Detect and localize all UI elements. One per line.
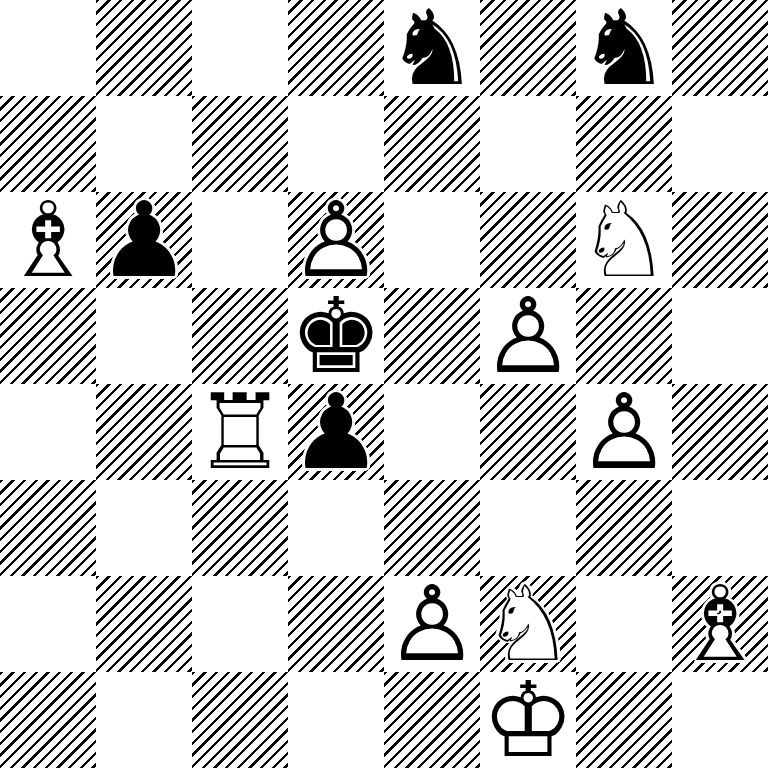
square-f2[interactable]: ♞♘ [480,576,576,672]
chess-board: ♞♞♞♞♝♗♟♟♟♙♞♘♚♚♟♙♜♖♟♟♟♙♟♙♞♘♝♗♚♔ [0,0,768,768]
white-bishop-glyph: ♗ [1,192,94,288]
black-pawn-glyph: ♟ [97,192,190,288]
square-h8[interactable] [672,0,768,96]
square-b8[interactable] [96,0,192,96]
square-b7[interactable] [96,96,192,192]
white-bishop-glyph: ♗ [673,576,766,672]
square-h4[interactable] [672,384,768,480]
white-pawn-icon: ♟♙ [480,288,576,384]
square-a5[interactable] [0,288,96,384]
white-pawn-glyph: ♙ [385,576,478,672]
square-c4[interactable]: ♜♖ [192,384,288,480]
square-h7[interactable] [672,96,768,192]
square-e4[interactable] [384,384,480,480]
square-c7[interactable] [192,96,288,192]
square-d8[interactable] [288,0,384,96]
square-d4[interactable]: ♟♟ [288,384,384,480]
square-b3[interactable] [96,480,192,576]
square-h1[interactable] [672,672,768,768]
square-a6[interactable]: ♝♗ [0,192,96,288]
black-pawn-icon: ♟♟ [288,384,384,480]
square-f3[interactable] [480,480,576,576]
square-f8[interactable] [480,0,576,96]
black-king-icon: ♚♚ [288,288,384,384]
square-c8[interactable] [192,0,288,96]
square-g3[interactable] [576,480,672,576]
square-g2[interactable] [576,576,672,672]
white-knight-glyph: ♘ [481,576,574,672]
square-c2[interactable] [192,576,288,672]
square-a1[interactable] [0,672,96,768]
white-bishop-icon: ♝♗ [0,192,96,288]
square-g1[interactable] [576,672,672,768]
white-king-glyph: ♔ [481,672,574,768]
square-c6[interactable] [192,192,288,288]
black-pawn-icon: ♟♟ [96,192,192,288]
white-rook-icon: ♜♖ [192,384,288,480]
white-rook-glyph: ♖ [193,384,286,480]
square-d5[interactable]: ♚♚ [288,288,384,384]
black-knight-glyph: ♞ [577,0,670,96]
square-e1[interactable] [384,672,480,768]
square-e5[interactable] [384,288,480,384]
square-c1[interactable] [192,672,288,768]
square-e8[interactable]: ♞♞ [384,0,480,96]
square-h5[interactable] [672,288,768,384]
square-h2[interactable]: ♝♗ [672,576,768,672]
white-pawn-icon: ♟♙ [576,384,672,480]
square-a8[interactable] [0,0,96,96]
square-d7[interactable] [288,96,384,192]
square-a2[interactable] [0,576,96,672]
black-knight-glyph: ♞ [385,0,478,96]
square-b2[interactable] [96,576,192,672]
square-e6[interactable] [384,192,480,288]
square-a4[interactable] [0,384,96,480]
black-king-glyph: ♚ [289,288,382,384]
white-pawn-glyph: ♙ [289,192,382,288]
square-c3[interactable] [192,480,288,576]
white-knight-icon: ♞♘ [480,576,576,672]
square-g5[interactable] [576,288,672,384]
square-e7[interactable] [384,96,480,192]
square-b6[interactable]: ♟♟ [96,192,192,288]
white-bishop-icon: ♝♗ [672,576,768,672]
square-a7[interactable] [0,96,96,192]
square-f4[interactable] [480,384,576,480]
square-h3[interactable] [672,480,768,576]
white-pawn-glyph: ♙ [481,288,574,384]
white-knight-icon: ♞♘ [576,192,672,288]
square-b5[interactable] [96,288,192,384]
square-d1[interactable] [288,672,384,768]
white-pawn-icon: ♟♙ [384,576,480,672]
square-f5[interactable]: ♟♙ [480,288,576,384]
black-knight-icon: ♞♞ [384,0,480,96]
square-g6[interactable]: ♞♘ [576,192,672,288]
square-g8[interactable]: ♞♞ [576,0,672,96]
square-h6[interactable] [672,192,768,288]
square-c5[interactable] [192,288,288,384]
square-f1[interactable]: ♚♔ [480,672,576,768]
square-f6[interactable] [480,192,576,288]
square-g7[interactable] [576,96,672,192]
square-d6[interactable]: ♟♙ [288,192,384,288]
square-b4[interactable] [96,384,192,480]
square-d3[interactable] [288,480,384,576]
square-d2[interactable] [288,576,384,672]
white-pawn-icon: ♟♙ [288,192,384,288]
square-f7[interactable] [480,96,576,192]
white-pawn-glyph: ♙ [577,384,670,480]
black-knight-icon: ♞♞ [576,0,672,96]
square-e3[interactable] [384,480,480,576]
square-a3[interactable] [0,480,96,576]
white-knight-glyph: ♘ [577,192,670,288]
square-g4[interactable]: ♟♙ [576,384,672,480]
square-e2[interactable]: ♟♙ [384,576,480,672]
square-b1[interactable] [96,672,192,768]
white-king-icon: ♚♔ [480,672,576,768]
black-pawn-glyph: ♟ [289,384,382,480]
